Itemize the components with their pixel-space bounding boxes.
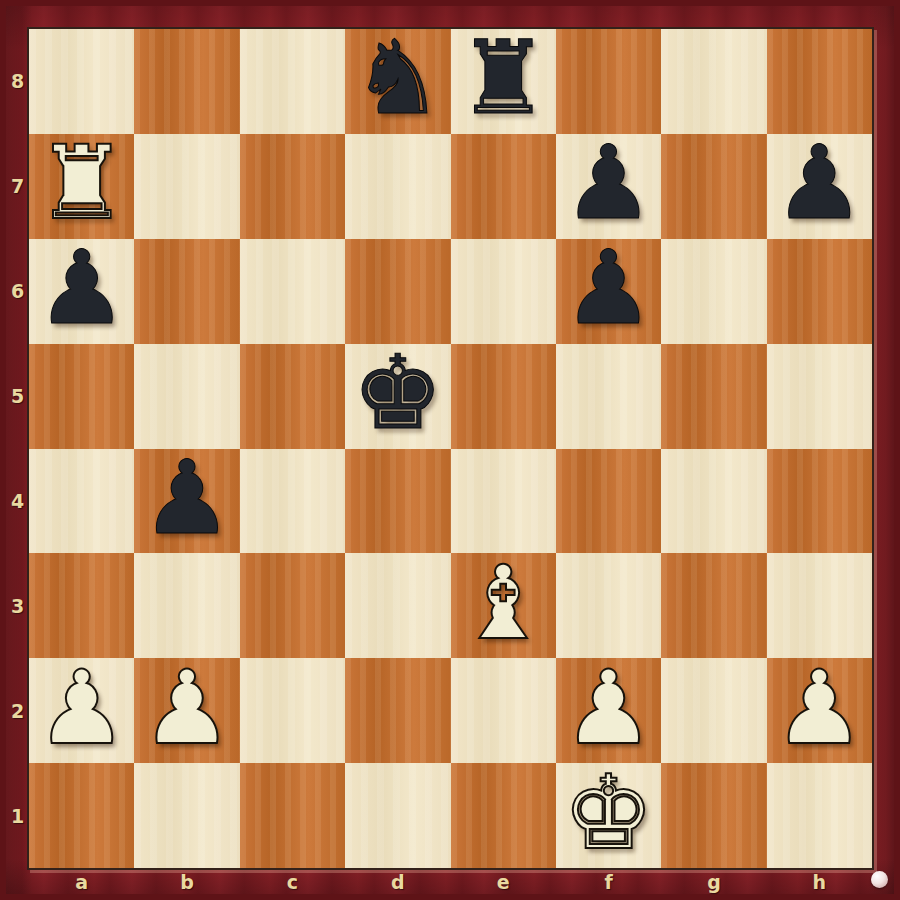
square-f1[interactable]: ♚ (556, 763, 661, 868)
square-c8[interactable] (240, 29, 345, 134)
piece-white-pawn[interactable]: ♟ (141, 656, 232, 760)
square-e4[interactable] (451, 449, 556, 554)
square-b3[interactable] (134, 553, 239, 658)
square-g3[interactable] (661, 553, 766, 658)
square-h3[interactable] (767, 553, 872, 658)
piece-black-king[interactable]: ♚ (352, 341, 443, 445)
board-frame: 87654321 ♞♜♜♟♟♟♟♚♟♝♟♟♟♟♚ abcdefgh (0, 0, 900, 900)
rank-label-4: 4 (6, 449, 29, 554)
white-to-move-indicator (871, 871, 888, 888)
piece-black-pawn[interactable]: ♟ (141, 446, 232, 550)
square-d6[interactable] (345, 239, 450, 344)
rank-label-6: 6 (6, 239, 29, 344)
rank-labels: 87654321 (6, 29, 29, 868)
square-c2[interactable] (240, 658, 345, 763)
square-g1[interactable] (661, 763, 766, 868)
square-c6[interactable] (240, 239, 345, 344)
square-a8[interactable] (29, 29, 134, 134)
square-g6[interactable] (661, 239, 766, 344)
square-g5[interactable] (661, 344, 766, 449)
square-b8[interactable] (134, 29, 239, 134)
piece-black-pawn[interactable]: ♟ (563, 131, 654, 235)
square-b7[interactable] (134, 134, 239, 239)
file-labels: abcdefgh (29, 868, 872, 896)
file-label-h: h (767, 868, 872, 896)
square-d3[interactable] (345, 553, 450, 658)
rank-label-1: 1 (6, 763, 29, 868)
file-label-a: a (29, 868, 134, 896)
square-d2[interactable] (345, 658, 450, 763)
square-c5[interactable] (240, 344, 345, 449)
square-b6[interactable] (134, 239, 239, 344)
square-g7[interactable] (661, 134, 766, 239)
rank-label-2: 2 (6, 658, 29, 763)
square-e8[interactable]: ♜ (451, 29, 556, 134)
file-label-f: f (556, 868, 661, 896)
square-c1[interactable] (240, 763, 345, 868)
square-h4[interactable] (767, 449, 872, 554)
square-e5[interactable] (451, 344, 556, 449)
square-a4[interactable] (29, 449, 134, 554)
square-h8[interactable] (767, 29, 872, 134)
piece-white-pawn[interactable]: ♟ (563, 656, 654, 760)
square-h1[interactable] (767, 763, 872, 868)
square-e3[interactable]: ♝ (451, 553, 556, 658)
piece-black-knight[interactable]: ♞ (352, 26, 443, 130)
square-b1[interactable] (134, 763, 239, 868)
file-label-e: e (451, 868, 556, 896)
square-a6[interactable]: ♟ (29, 239, 134, 344)
square-f5[interactable] (556, 344, 661, 449)
file-label-d: d (345, 868, 450, 896)
piece-white-rook[interactable]: ♜ (36, 131, 127, 235)
square-e1[interactable] (451, 763, 556, 868)
square-a1[interactable] (29, 763, 134, 868)
piece-white-king[interactable]: ♚ (563, 761, 654, 865)
piece-black-pawn[interactable]: ♟ (36, 236, 127, 340)
file-label-g: g (661, 868, 766, 896)
square-b2[interactable]: ♟ (134, 658, 239, 763)
square-d8[interactable]: ♞ (345, 29, 450, 134)
square-f8[interactable] (556, 29, 661, 134)
square-d7[interactable] (345, 134, 450, 239)
square-f2[interactable]: ♟ (556, 658, 661, 763)
piece-black-pawn[interactable]: ♟ (774, 131, 865, 235)
square-a3[interactable] (29, 553, 134, 658)
rank-label-7: 7 (6, 134, 29, 239)
square-c4[interactable] (240, 449, 345, 554)
square-h5[interactable] (767, 344, 872, 449)
file-label-b: b (134, 868, 239, 896)
square-d5[interactable]: ♚ (345, 344, 450, 449)
square-e7[interactable] (451, 134, 556, 239)
square-a7[interactable]: ♜ (29, 134, 134, 239)
piece-black-pawn[interactable]: ♟ (563, 236, 654, 340)
square-f7[interactable]: ♟ (556, 134, 661, 239)
square-h6[interactable] (767, 239, 872, 344)
square-g4[interactable] (661, 449, 766, 554)
square-e6[interactable] (451, 239, 556, 344)
square-f6[interactable]: ♟ (556, 239, 661, 344)
square-c7[interactable] (240, 134, 345, 239)
square-f3[interactable] (556, 553, 661, 658)
piece-black-rook[interactable]: ♜ (457, 26, 548, 130)
square-b4[interactable]: ♟ (134, 449, 239, 554)
rank-label-5: 5 (6, 344, 29, 449)
square-f4[interactable] (556, 449, 661, 554)
rank-label-8: 8 (6, 29, 29, 134)
square-e2[interactable] (451, 658, 556, 763)
square-d1[interactable] (345, 763, 450, 868)
rank-label-3: 3 (6, 553, 29, 658)
piece-white-bishop[interactable]: ♝ (457, 551, 548, 655)
chess-board[interactable]: ♞♜♜♟♟♟♟♚♟♝♟♟♟♟♚ (29, 29, 872, 868)
square-b5[interactable] (134, 344, 239, 449)
file-label-c: c (240, 868, 345, 896)
square-a5[interactable] (29, 344, 134, 449)
square-g8[interactable] (661, 29, 766, 134)
square-h7[interactable]: ♟ (767, 134, 872, 239)
square-h2[interactable]: ♟ (767, 658, 872, 763)
square-c3[interactable] (240, 553, 345, 658)
square-d4[interactable] (345, 449, 450, 554)
piece-white-pawn[interactable]: ♟ (36, 656, 127, 760)
square-g2[interactable] (661, 658, 766, 763)
piece-white-pawn[interactable]: ♟ (774, 656, 865, 760)
square-a2[interactable]: ♟ (29, 658, 134, 763)
